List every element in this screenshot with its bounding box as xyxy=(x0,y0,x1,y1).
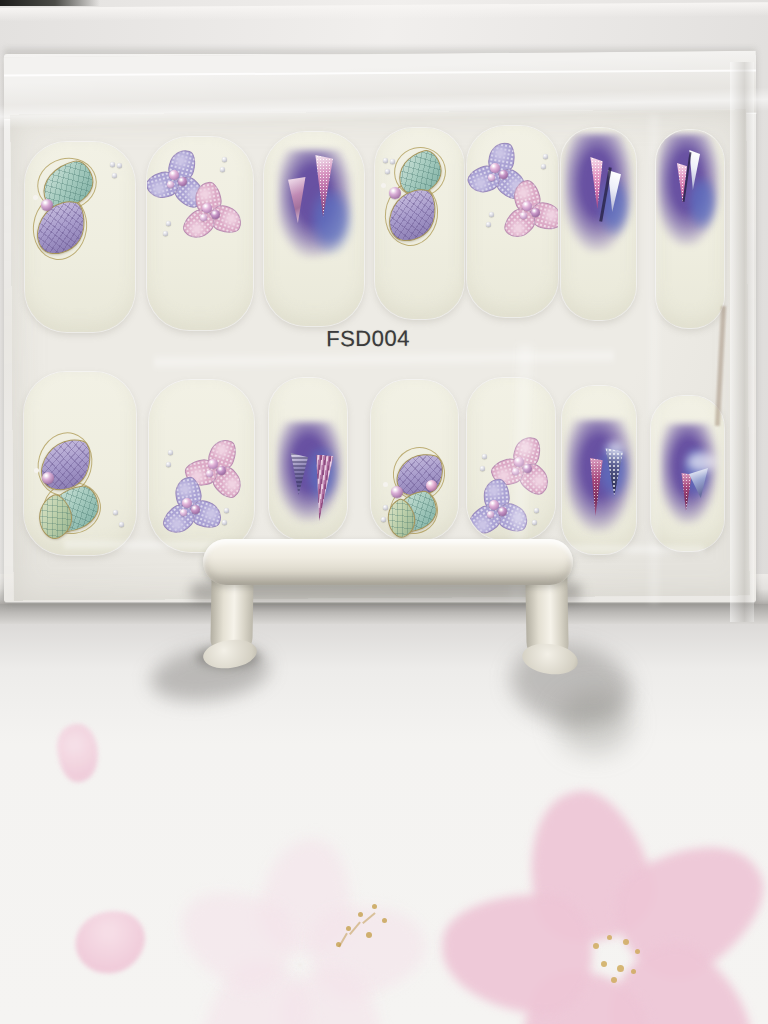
gem-stud xyxy=(520,212,527,219)
nail-sticker-top-7 xyxy=(656,130,724,328)
gem-stud xyxy=(488,174,495,181)
silver-microdot xyxy=(390,159,395,164)
silver-microdot xyxy=(482,454,487,459)
shelf-edge-shadow xyxy=(0,604,768,624)
gem-stud xyxy=(178,177,187,186)
gem-stud xyxy=(389,187,401,199)
white-micro-dot xyxy=(34,468,39,473)
gem-stud xyxy=(42,472,54,484)
nail-sticker-bottom-2 xyxy=(149,380,254,552)
silver-microdot xyxy=(489,212,494,217)
nail-sticker-bottom-5 xyxy=(467,378,555,540)
white-glint xyxy=(606,442,624,454)
gem-stud xyxy=(499,170,508,179)
white-micro-dot xyxy=(381,183,386,188)
gem-stud xyxy=(191,505,200,514)
gem-stud xyxy=(391,486,403,498)
product-code-label: FSD004 xyxy=(300,325,436,352)
gem-stud xyxy=(487,511,494,518)
silver-microdot xyxy=(220,167,225,172)
blue-haze xyxy=(686,178,718,232)
silver-microdot xyxy=(113,510,118,515)
nail-sticker-bottom-4 xyxy=(371,380,458,540)
sakura-flower-large xyxy=(442,778,768,1024)
nail-sticker-top-3 xyxy=(264,132,364,326)
gem-stud xyxy=(41,199,53,211)
silver-microdot xyxy=(486,222,491,227)
gem-stud xyxy=(498,507,507,516)
plastic-package: FSD004 xyxy=(4,54,756,603)
silver-microdot xyxy=(543,154,548,159)
gem-stud xyxy=(512,468,519,475)
gem-stud xyxy=(206,470,213,477)
blue-haze xyxy=(308,190,354,256)
nail-sticker-top-2 xyxy=(147,137,253,330)
white-glint xyxy=(687,452,717,472)
silver-microdot xyxy=(222,157,227,162)
silver-microdot xyxy=(532,520,537,525)
silver-microdot xyxy=(119,522,124,527)
silver-microdot xyxy=(534,508,539,513)
nail-sticker-bottom-1 xyxy=(24,372,136,555)
silver-microdot xyxy=(110,162,115,167)
silver-microdot xyxy=(168,450,173,455)
sakura-flower-faint xyxy=(160,835,440,1024)
handle-leg-shadow xyxy=(556,690,632,754)
silver-microdot xyxy=(166,462,171,467)
silver-microdot xyxy=(224,508,229,513)
nail-sticker-top-6 xyxy=(561,128,636,320)
gem-stud xyxy=(531,208,540,217)
white-micro-dot xyxy=(33,195,38,200)
silver-microdot xyxy=(117,163,122,168)
silver-microdot xyxy=(383,505,388,510)
white-micro-dot xyxy=(383,482,388,487)
silver-microdot xyxy=(383,158,388,163)
nail-sticker-bottom-6 xyxy=(562,386,636,554)
silver-microdot xyxy=(381,517,386,522)
gem-stud xyxy=(180,509,187,516)
gem-stud xyxy=(426,480,437,491)
nail-sticker-top-1 xyxy=(25,142,135,332)
nail-sticker-bottom-7 xyxy=(651,396,724,551)
silver-microdot xyxy=(385,169,390,174)
top-left-dark-edge xyxy=(0,0,100,6)
gem-stud xyxy=(217,466,226,475)
silver-microdot xyxy=(480,466,485,471)
gem-stud xyxy=(167,181,174,188)
silver-microdot xyxy=(541,164,546,169)
nail-sticker-bottom-3 xyxy=(269,378,347,540)
gem-stud xyxy=(200,214,207,221)
silver-microdot xyxy=(166,221,171,226)
nail-sticker-top-5 xyxy=(467,126,558,317)
gem-stud xyxy=(211,210,220,219)
photo-stage: FSD004 xyxy=(0,0,768,1024)
gem-stud xyxy=(523,464,532,473)
silver-microdot xyxy=(222,520,227,525)
drawer-handle-bar xyxy=(203,539,573,585)
sakura-flower-petal xyxy=(439,889,595,1017)
silver-microdot xyxy=(112,173,117,178)
silver-microdot xyxy=(163,231,168,236)
nail-sticker-top-4 xyxy=(375,128,464,319)
